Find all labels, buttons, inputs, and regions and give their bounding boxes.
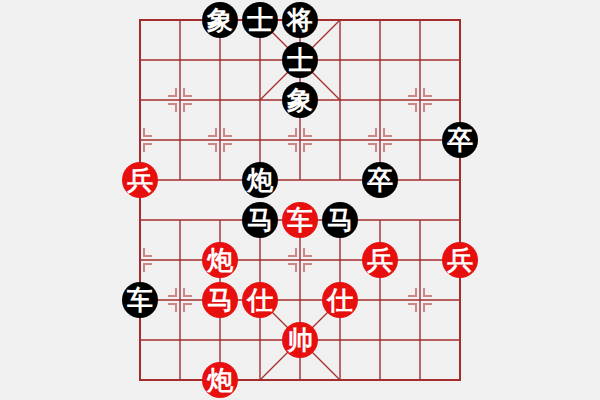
- board-point-c5-r6[interactable]: [320, 240, 360, 280]
- piece-black-elephant[interactable]: 象: [202, 2, 238, 38]
- board-point-c2-r7[interactable]: 马: [200, 280, 240, 320]
- board-point-c2-r2[interactable]: [200, 80, 240, 120]
- board-point-c7-r3[interactable]: [400, 120, 440, 160]
- board-point-c4-r0[interactable]: 将: [280, 0, 320, 40]
- board-point-c7-r0[interactable]: [400, 0, 440, 40]
- board-point-c4-r4[interactable]: [280, 160, 320, 200]
- board-point-c7-r8[interactable]: [400, 320, 440, 360]
- board-point-c3-r4[interactable]: 炮: [240, 160, 280, 200]
- board-point-c6-r9[interactable]: [360, 360, 400, 400]
- board-point-c7-r6[interactable]: [400, 240, 440, 280]
- board-point-c7-r9[interactable]: [400, 360, 440, 400]
- board-point-c6-r2[interactable]: [360, 80, 400, 120]
- board-point-c3-r0[interactable]: 士: [240, 0, 280, 40]
- board-point-c8-r9[interactable]: [440, 360, 480, 400]
- piece-red-soldier[interactable]: 兵: [122, 162, 158, 198]
- board-point-c5-r3[interactable]: [320, 120, 360, 160]
- board-point-c5-r5[interactable]: 马: [320, 200, 360, 240]
- board-point-c0-r5[interactable]: [120, 200, 160, 240]
- board-point-c6-r0[interactable]: [360, 0, 400, 40]
- board-point-c3-r7[interactable]: 仕: [240, 280, 280, 320]
- board-point-c6-r7[interactable]: [360, 280, 400, 320]
- piece-black-horse[interactable]: 马: [322, 202, 358, 238]
- board-point-c2-r8[interactable]: [200, 320, 240, 360]
- board-point-c8-r3[interactable]: 卒: [440, 120, 480, 160]
- board-point-c3-r8[interactable]: [240, 320, 280, 360]
- board-point-c2-r4[interactable]: [200, 160, 240, 200]
- piece-black-soldier[interactable]: 卒: [442, 122, 478, 158]
- piece-black-general[interactable]: 将: [282, 2, 318, 38]
- piece-red-soldier[interactable]: 兵: [442, 242, 478, 278]
- board-point-c4-r5[interactable]: 车: [280, 200, 320, 240]
- board-point-c3-r1[interactable]: [240, 40, 280, 80]
- board-point-c8-r8[interactable]: [440, 320, 480, 360]
- board-point-c6-r3[interactable]: [360, 120, 400, 160]
- board-point-c6-r8[interactable]: [360, 320, 400, 360]
- board-point-c1-r1[interactable]: [160, 40, 200, 80]
- board-point-c1-r8[interactable]: [160, 320, 200, 360]
- board-point-c5-r0[interactable]: [320, 0, 360, 40]
- board-point-c0-r9[interactable]: [120, 360, 160, 400]
- piece-red-chariot[interactable]: 车: [282, 202, 318, 238]
- board-point-c4-r9[interactable]: [280, 360, 320, 400]
- board-point-c7-r2[interactable]: [400, 80, 440, 120]
- board-point-c1-r4[interactable]: [160, 160, 200, 200]
- board-point-c1-r2[interactable]: [160, 80, 200, 120]
- xiangqi-board-area: 象士将士象卒兵炮卒马车马炮兵兵车马仕仕帅炮: [0, 0, 600, 400]
- board-point-c4-r8[interactable]: 帅: [280, 320, 320, 360]
- board-point-c0-r0[interactable]: [120, 0, 160, 40]
- board-point-c8-r1[interactable]: [440, 40, 480, 80]
- board-point-c2-r0[interactable]: 象: [200, 0, 240, 40]
- board-point-c0-r1[interactable]: [120, 40, 160, 80]
- board-point-c1-r5[interactable]: [160, 200, 200, 240]
- board-point-c3-r5[interactable]: 马: [240, 200, 280, 240]
- board-point-c0-r2[interactable]: [120, 80, 160, 120]
- board-point-c0-r3[interactable]: [120, 120, 160, 160]
- board-point-c4-r6[interactable]: [280, 240, 320, 280]
- board-point-c4-r7[interactable]: [280, 280, 320, 320]
- board-point-c6-r4[interactable]: 卒: [360, 160, 400, 200]
- board-point-c1-r6[interactable]: [160, 240, 200, 280]
- board-point-c1-r0[interactable]: [160, 0, 200, 40]
- board-point-c5-r7[interactable]: 仕: [320, 280, 360, 320]
- board-point-c8-r0[interactable]: [440, 0, 480, 40]
- piece-red-advisor[interactable]: 仕: [242, 282, 278, 318]
- board-point-c7-r1[interactable]: [400, 40, 440, 80]
- board-point-c8-r7[interactable]: [440, 280, 480, 320]
- board-point-c2-r5[interactable]: [200, 200, 240, 240]
- board-point-c7-r4[interactable]: [400, 160, 440, 200]
- piece-red-horse[interactable]: 马: [202, 282, 238, 318]
- board-point-c6-r1[interactable]: [360, 40, 400, 80]
- board-point-c2-r1[interactable]: [200, 40, 240, 80]
- piece-black-soldier[interactable]: 卒: [362, 162, 398, 198]
- board-point-c5-r4[interactable]: [320, 160, 360, 200]
- board-point-c5-r8[interactable]: [320, 320, 360, 360]
- board-point-c6-r5[interactable]: [360, 200, 400, 240]
- board-point-c8-r6[interactable]: 兵: [440, 240, 480, 280]
- board-point-c4-r2[interactable]: 象: [280, 80, 320, 120]
- piece-red-general[interactable]: 帅: [282, 322, 318, 358]
- piece-red-soldier[interactable]: 兵: [362, 242, 398, 278]
- board-point-c6-r6[interactable]: 兵: [360, 240, 400, 280]
- board-point-c1-r7[interactable]: [160, 280, 200, 320]
- piece-black-cannon[interactable]: 炮: [242, 162, 278, 198]
- board-grid: 象士将士象卒兵炮卒马车马炮兵兵车马仕仕帅炮: [120, 0, 480, 400]
- board-point-c0-r7[interactable]: 车: [120, 280, 160, 320]
- piece-black-horse[interactable]: 马: [242, 202, 278, 238]
- board-point-c4-r1[interactable]: 士: [280, 40, 320, 80]
- board-point-c5-r1[interactable]: [320, 40, 360, 80]
- board-point-c3-r2[interactable]: [240, 80, 280, 120]
- board-point-c1-r9[interactable]: [160, 360, 200, 400]
- board-point-c0-r8[interactable]: [120, 320, 160, 360]
- piece-black-elephant[interactable]: 象: [282, 82, 318, 118]
- board-point-c5-r9[interactable]: [320, 360, 360, 400]
- board-point-c8-r2[interactable]: [440, 80, 480, 120]
- board-point-c8-r5[interactable]: [440, 200, 480, 240]
- board-point-c1-r3[interactable]: [160, 120, 200, 160]
- board-point-c2-r9[interactable]: 炮: [200, 360, 240, 400]
- board-point-c3-r9[interactable]: [240, 360, 280, 400]
- board-point-c2-r6[interactable]: 炮: [200, 240, 240, 280]
- piece-black-chariot[interactable]: 车: [122, 282, 158, 318]
- board-point-c4-r3[interactable]: [280, 120, 320, 160]
- board-point-c0-r6[interactable]: [120, 240, 160, 280]
- piece-red-cannon[interactable]: 炮: [202, 242, 238, 278]
- board-point-c8-r4[interactable]: [440, 160, 480, 200]
- board-point-c3-r6[interactable]: [240, 240, 280, 280]
- piece-black-advisor[interactable]: 士: [242, 2, 278, 38]
- board-point-c2-r3[interactable]: [200, 120, 240, 160]
- piece-red-cannon[interactable]: 炮: [202, 362, 238, 398]
- board-point-c0-r4[interactable]: 兵: [120, 160, 160, 200]
- piece-black-advisor[interactable]: 士: [282, 42, 318, 78]
- board-point-c7-r5[interactable]: [400, 200, 440, 240]
- board-point-c5-r2[interactable]: [320, 80, 360, 120]
- board-point-c3-r3[interactable]: [240, 120, 280, 160]
- board-point-c7-r7[interactable]: [400, 280, 440, 320]
- piece-red-advisor[interactable]: 仕: [322, 282, 358, 318]
